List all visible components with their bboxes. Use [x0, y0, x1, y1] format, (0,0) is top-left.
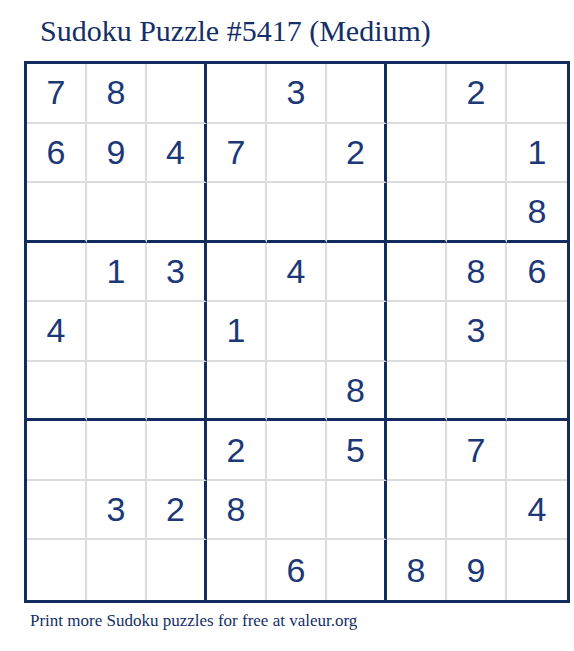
sudoku-page: Sudoku Puzzle #5417 (Medium) 78326947218…: [0, 0, 574, 651]
sudoku-cell-r9c4: [207, 540, 267, 600]
sudoku-cell-r4c6: [327, 243, 387, 303]
sudoku-cell-r8c7: [387, 481, 447, 541]
sudoku-cell-r3c1: [27, 183, 87, 243]
sudoku-cell-r1c8: 2: [447, 64, 507, 124]
sudoku-cell-r2c9: 1: [507, 124, 567, 184]
sudoku-cell-r1c4: [207, 64, 267, 124]
sudoku-cell-r3c8: [447, 183, 507, 243]
sudoku-cell-r5c5: [267, 302, 327, 362]
sudoku-cell-r4c9: 6: [507, 243, 567, 303]
sudoku-cell-r6c4: [207, 362, 267, 422]
sudoku-cell-r2c4: 7: [207, 124, 267, 184]
sudoku-cell-r4c7: [387, 243, 447, 303]
sudoku-cell-r3c9: 8: [507, 183, 567, 243]
sudoku-cell-r4c4: [207, 243, 267, 303]
sudoku-cell-r2c1: 6: [27, 124, 87, 184]
sudoku-cell-r8c5: [267, 481, 327, 541]
sudoku-cell-r9c9: [507, 540, 567, 600]
sudoku-cell-r8c6: [327, 481, 387, 541]
sudoku-cell-r7c6: 5: [327, 421, 387, 481]
sudoku-cell-r2c7: [387, 124, 447, 184]
sudoku-cell-r6c3: [147, 362, 207, 422]
sudoku-cell-r8c1: [27, 481, 87, 541]
sudoku-cell-r2c3: 4: [147, 124, 207, 184]
sudoku-cell-r1c2: 8: [87, 64, 147, 124]
sudoku-cell-r6c9: [507, 362, 567, 422]
sudoku-cell-r5c9: [507, 302, 567, 362]
sudoku-cell-r9c5: 6: [267, 540, 327, 600]
sudoku-cell-r9c6: [327, 540, 387, 600]
sudoku-cell-r5c7: [387, 302, 447, 362]
sudoku-cell-r1c7: [387, 64, 447, 124]
sudoku-cell-r8c8: [447, 481, 507, 541]
sudoku-cell-r6c8: [447, 362, 507, 422]
sudoku-cell-r7c7: [387, 421, 447, 481]
sudoku-cell-r5c6: [327, 302, 387, 362]
sudoku-cell-r1c1: 7: [27, 64, 87, 124]
sudoku-cell-r7c3: [147, 421, 207, 481]
sudoku-cell-r8c3: 2: [147, 481, 207, 541]
sudoku-cell-r7c2: [87, 421, 147, 481]
sudoku-cell-r4c5: 4: [267, 243, 327, 303]
sudoku-cell-r5c4: 1: [207, 302, 267, 362]
sudoku-cell-r1c5: 3: [267, 64, 327, 124]
footer-text: Print more Sudoku puzzles for free at va…: [30, 610, 357, 632]
sudoku-cell-r7c8: 7: [447, 421, 507, 481]
sudoku-cell-r6c1: [27, 362, 87, 422]
sudoku-cell-r6c5: [267, 362, 327, 422]
sudoku-cell-r6c7: [387, 362, 447, 422]
sudoku-cell-r7c5: [267, 421, 327, 481]
sudoku-cell-r1c3: [147, 64, 207, 124]
sudoku-cell-r7c4: 2: [207, 421, 267, 481]
sudoku-cell-r4c3: 3: [147, 243, 207, 303]
sudoku-cell-r3c3: [147, 183, 207, 243]
sudoku-cell-r8c2: 3: [87, 481, 147, 541]
sudoku-cell-r5c3: [147, 302, 207, 362]
sudoku-cell-r6c6: 8: [327, 362, 387, 422]
sudoku-cell-r9c1: [27, 540, 87, 600]
sudoku-cell-r2c8: [447, 124, 507, 184]
sudoku-cell-r3c4: [207, 183, 267, 243]
sudoku-cell-r4c8: 8: [447, 243, 507, 303]
sudoku-cell-r9c2: [87, 540, 147, 600]
sudoku-cell-r4c1: [27, 243, 87, 303]
sudoku-cell-r8c9: 4: [507, 481, 567, 541]
sudoku-cell-r9c8: 9: [447, 540, 507, 600]
sudoku-cell-r7c9: [507, 421, 567, 481]
sudoku-cell-r5c1: 4: [27, 302, 87, 362]
sudoku-cell-r4c2: 1: [87, 243, 147, 303]
sudoku-cell-r1c9: [507, 64, 567, 124]
sudoku-cell-r6c2: [87, 362, 147, 422]
sudoku-cell-r5c2: [87, 302, 147, 362]
sudoku-cell-r5c8: 3: [447, 302, 507, 362]
sudoku-cell-r1c6: [327, 64, 387, 124]
sudoku-cell-r9c3: [147, 540, 207, 600]
sudoku-cell-r3c5: [267, 183, 327, 243]
sudoku-cell-r3c2: [87, 183, 147, 243]
page-title: Sudoku Puzzle #5417 (Medium): [40, 13, 431, 49]
sudoku-cell-r3c6: [327, 183, 387, 243]
sudoku-cell-r2c5: [267, 124, 327, 184]
sudoku-cell-r7c1: [27, 421, 87, 481]
sudoku-cell-r2c2: 9: [87, 124, 147, 184]
sudoku-board: 783269472181348641382573284689: [24, 61, 570, 603]
sudoku-cell-r3c7: [387, 183, 447, 243]
sudoku-cell-r2c6: 2: [327, 124, 387, 184]
sudoku-cell-r9c7: 8: [387, 540, 447, 600]
sudoku-cell-r8c4: 8: [207, 481, 267, 541]
